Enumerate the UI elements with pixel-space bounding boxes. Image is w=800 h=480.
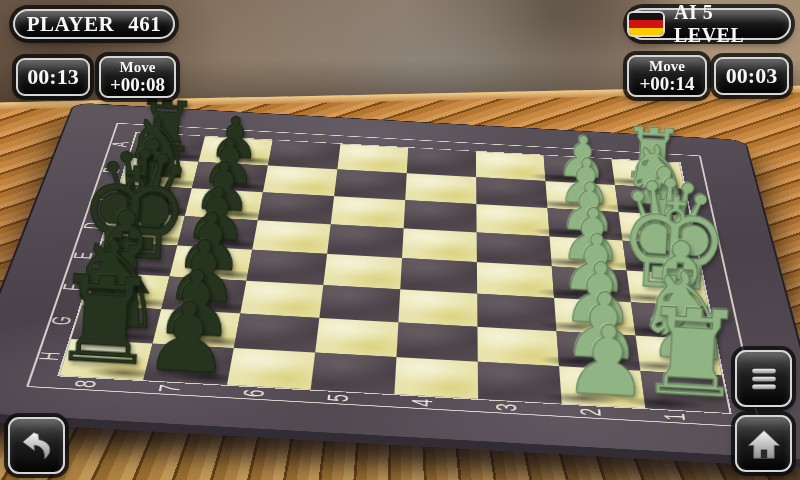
- square-h1[interactable]: ♜: [640, 371, 729, 413]
- player-name: PLAYER: [27, 12, 114, 37]
- square-h5[interactable]: [311, 353, 397, 395]
- piece-white-rook[interactable]: ♜: [635, 292, 748, 417]
- square-e3[interactable]: [477, 262, 554, 298]
- square-d4[interactable]: [402, 228, 477, 262]
- game-screen: ♜♟♟♜♞♟♟♞♝♟♟♝♛♟♟♛♚♟♟♚♝♟♟♝♞♟♟♞♜♟♟♜ 8765432…: [0, 0, 800, 480]
- menu-button[interactable]: [735, 350, 792, 407]
- board-grid: ♜♟♟♜♞♟♟♞♝♟♟♝♛♟♟♛♚♟♟♚♝♟♟♝♞♟♟♞♜♟♟♜: [60, 133, 730, 413]
- ai-level-label: AI 5 LEVEL: [674, 1, 789, 47]
- ai-clock-value: 00:03: [726, 63, 777, 89]
- square-b4[interactable]: [405, 173, 476, 204]
- undo-button[interactable]: [8, 417, 65, 474]
- square-g5[interactable]: [315, 318, 398, 357]
- player-clock: 00:13: [16, 58, 90, 96]
- home-icon: [745, 425, 783, 463]
- square-e4[interactable]: [400, 258, 477, 294]
- square-b5[interactable]: [334, 169, 407, 200]
- germany-flag-icon: [629, 13, 663, 35]
- menu-icon: [745, 360, 783, 398]
- player-badge: PLAYER 461: [13, 9, 175, 39]
- square-f4[interactable]: [398, 289, 477, 326]
- player-move-label: Move: [120, 59, 156, 75]
- square-h2[interactable]: ♟: [559, 366, 645, 408]
- player-move-timer: Move +00:08: [99, 56, 176, 98]
- ai-move-label: Move: [649, 58, 685, 74]
- home-button[interactable]: [735, 415, 792, 472]
- ai-move-timer: Move +00:14: [627, 55, 707, 97]
- square-b6[interactable]: [263, 166, 337, 197]
- square-h8[interactable]: ♜: [60, 339, 153, 380]
- player-move-time: +00:08: [110, 75, 165, 96]
- ai-badge: AI 5 LEVEL: [627, 8, 791, 40]
- player-number: 461: [128, 12, 161, 37]
- square-e5[interactable]: [323, 254, 402, 289]
- square-h7[interactable]: ♟: [143, 344, 234, 385]
- undo-arrow-icon: [18, 427, 56, 465]
- chess-board: ♜♟♟♜♞♟♟♞♝♟♟♝♛♟♟♛♚♟♟♚♝♟♟♝♞♟♟♞♜♟♟♜ 8765432…: [0, 103, 800, 460]
- player-clock-value: 00:13: [27, 64, 78, 90]
- square-a6[interactable]: [268, 140, 340, 169]
- ai-clock: 00:03: [714, 57, 789, 95]
- square-f5[interactable]: [319, 285, 400, 322]
- piece-black-pawn[interactable]: ♟: [141, 287, 233, 388]
- square-a4[interactable]: [407, 148, 476, 177]
- ai-move-time: +00:14: [639, 74, 694, 95]
- square-e6[interactable]: [246, 250, 327, 285]
